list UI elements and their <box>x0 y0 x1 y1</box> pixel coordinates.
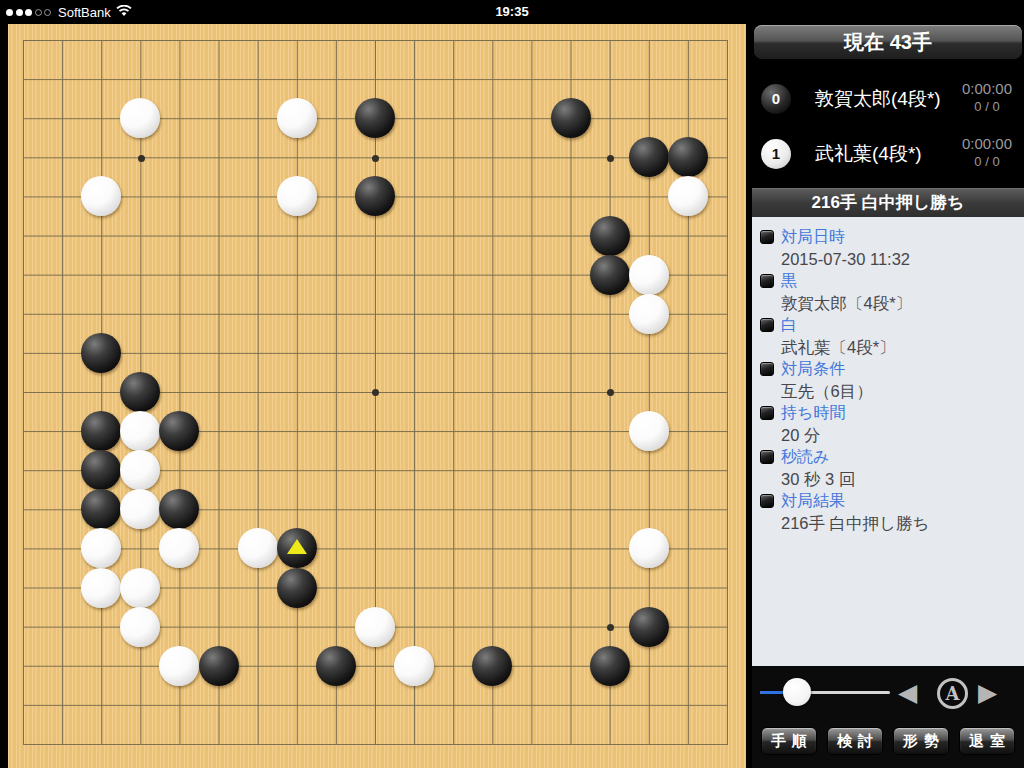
black-stone <box>629 137 669 177</box>
square-bullet-icon <box>760 450 774 464</box>
info-item: 持ち時間 20 分 <box>760 402 1020 446</box>
black-stone <box>81 411 121 451</box>
black-stone <box>472 646 512 686</box>
info-label: 黒 <box>781 271 797 292</box>
info-value: 30 秒 3 回 <box>760 468 1020 490</box>
app-screen: SoftBank 19:35 97% 現在 43手 0 <box>0 0 1024 768</box>
black-stone <box>316 646 356 686</box>
leave-button[interactable]: 退室 <box>959 727 1015 755</box>
info-label: 対局条件 <box>781 359 845 380</box>
last-move-triangle-marker <box>287 539 307 554</box>
white-capture-badge: 1 <box>761 139 791 169</box>
white-stone <box>120 568 160 608</box>
white-stone <box>159 646 199 686</box>
black-stone <box>120 372 160 412</box>
white-stone <box>629 255 669 295</box>
black-capture-badge: 0 <box>761 84 791 114</box>
white-stone <box>629 411 669 451</box>
next-move-button[interactable]: ▶ <box>978 675 997 709</box>
previous-move-button[interactable]: ◀ <box>898 675 917 709</box>
square-bullet-icon <box>760 362 774 376</box>
white-stone <box>668 176 708 216</box>
square-bullet-icon <box>760 318 774 332</box>
square-bullet-icon <box>760 230 774 244</box>
info-label: 対局結果 <box>781 491 845 512</box>
white-player-clock: 0:00:00 0 / 0 <box>962 134 1012 170</box>
auto-play-button[interactable]: A <box>937 678 968 709</box>
black-player-clock: 0:00:00 0 / 0 <box>962 79 1012 115</box>
side-panel: 現在 43手 0 敦賀太郎(4段*) 0:00:00 0 / 0 1 武礼葉(4… <box>752 0 1024 768</box>
white-stone <box>159 528 199 568</box>
square-bullet-icon <box>760 494 774 508</box>
info-label: 持ち時間 <box>781 403 845 424</box>
white-stone <box>629 294 669 334</box>
info-item: 対局日時 2015-07-30 11:32 <box>760 226 1020 270</box>
white-stone <box>81 528 121 568</box>
info-value: 敦賀太郎〔4段*〕 <box>760 292 1020 314</box>
black-stone <box>629 607 669 647</box>
black-player-name: 敦賀太郎(4段*) <box>815 76 941 122</box>
current-move-header: 現在 43手 <box>754 25 1022 59</box>
white-stone <box>81 568 121 608</box>
black-stone <box>355 176 395 216</box>
black-stone <box>159 489 199 529</box>
info-item: 黒 敦賀太郎〔4段*〕 <box>760 270 1020 314</box>
black-stone <box>355 98 395 138</box>
black-stone <box>277 568 317 608</box>
info-label: 対局日時 <box>781 227 845 248</box>
white-stone <box>120 489 160 529</box>
info-item: 対局条件 互先（6目） <box>760 358 1020 402</box>
black-stone <box>277 528 317 568</box>
white-stone <box>394 646 434 686</box>
game-info-list: 対局日時 2015-07-30 11:32 黒 敦賀太郎〔4段*〕 白 武礼葉〔… <box>752 217 1024 666</box>
info-label: 白 <box>781 315 797 336</box>
white-stone <box>81 176 121 216</box>
white-stone <box>120 98 160 138</box>
square-bullet-icon <box>760 274 774 288</box>
white-stone <box>120 607 160 647</box>
white-player-name: 武礼葉(4段*) <box>815 131 922 177</box>
info-value: 2015-07-30 11:32 <box>760 248 1020 270</box>
player-row-black: 0 敦賀太郎(4段*) 0:00:00 0 / 0 <box>752 76 1024 122</box>
estimate-button[interactable]: 形勢 <box>893 727 949 755</box>
go-board[interactable] <box>8 24 746 768</box>
game-result-bar: 216手 白中押し勝ち <box>752 188 1024 217</box>
player-row-white: 1 武礼葉(4段*) 0:00:00 0 / 0 <box>752 131 1024 177</box>
info-item: 対局結果 216手 白中押し勝ち <box>760 490 1020 534</box>
info-value: 20 分 <box>760 424 1020 446</box>
white-stone <box>277 176 317 216</box>
white-stone <box>120 411 160 451</box>
info-value: 216手 白中押し勝ち <box>760 512 1020 534</box>
info-item: 白 武礼葉〔4段*〕 <box>760 314 1020 358</box>
move-slider-knob[interactable] <box>783 678 811 706</box>
black-stone <box>81 333 121 373</box>
black-stone <box>590 216 630 256</box>
moves-button[interactable]: 手順 <box>761 727 817 755</box>
black-stone <box>199 646 239 686</box>
action-button-row: 手順 検討 形勢 退室 <box>752 727 1024 755</box>
white-stone <box>629 528 669 568</box>
square-bullet-icon <box>760 406 774 420</box>
playback-controls: ◀ A ▶ 手順 検討 形勢 退室 <box>752 666 1024 768</box>
stones-layer <box>3 20 746 763</box>
info-value: 互先（6目） <box>760 380 1020 402</box>
analyze-button[interactable]: 検討 <box>827 727 883 755</box>
info-value: 武礼葉〔4段*〕 <box>760 336 1020 358</box>
black-stone <box>81 450 121 490</box>
black-stone <box>668 137 708 177</box>
black-stone <box>551 98 591 138</box>
white-stone <box>238 528 278 568</box>
info-item: 秒読み 30 秒 3 回 <box>760 446 1020 490</box>
black-stone <box>159 411 199 451</box>
black-stone <box>590 255 630 295</box>
white-stone <box>355 607 395 647</box>
black-stone <box>590 646 630 686</box>
white-stone <box>120 450 160 490</box>
info-label: 秒読み <box>781 447 829 468</box>
white-stone <box>277 98 317 138</box>
black-stone <box>81 489 121 529</box>
